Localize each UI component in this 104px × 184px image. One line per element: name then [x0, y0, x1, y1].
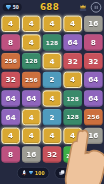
swap-cost: 100 [73, 170, 83, 175]
gem-count: 50 [13, 5, 19, 10]
tile-128[interactable]: 128 [43, 34, 62, 50]
tile-256[interactable]: 256 [84, 109, 103, 125]
game-screen: 50 688 444416841286482561284323232256246… [0, 0, 104, 184]
tile-4[interactable]: 4 [1, 16, 20, 32]
tile-4[interactable]: 4 [63, 128, 82, 144]
rocket-booster-button[interactable]: 100 [17, 167, 49, 179]
tile-4[interactable]: 4 [22, 16, 41, 32]
tile-128[interactable]: 128 [63, 90, 82, 106]
bottom-bar: 100 100 [0, 164, 104, 182]
tile-128[interactable]: 128 [63, 109, 82, 125]
tile-64[interactable]: 64 [84, 90, 103, 106]
tile-16[interactable]: 16 [22, 146, 41, 162]
tile-4[interactable]: 4 [22, 34, 41, 50]
crown-widget[interactable] [77, 4, 88, 11]
tile-64[interactable]: 64 [22, 90, 41, 106]
tile-2[interactable]: 2 [43, 72, 62, 88]
tile-64[interactable]: 64 [63, 34, 82, 50]
crown-icon [80, 4, 87, 9]
tile-4[interactable]: 4 [43, 128, 62, 144]
tile-4[interactable]: 4 [22, 109, 41, 125]
gem-icon [29, 171, 33, 175]
empty-cell [84, 146, 103, 162]
tile-4[interactable]: 4 [43, 90, 62, 106]
crown-base [80, 9, 87, 11]
tile-32[interactable]: 32 [84, 53, 103, 69]
tile-32[interactable]: 32 [63, 53, 82, 69]
pause-button[interactable] [91, 2, 102, 13]
tile-32[interactable]: 32 [1, 72, 20, 88]
rocket-icon [21, 170, 27, 176]
gem-icon [6, 5, 11, 10]
tile-2[interactable]: 2 [43, 109, 62, 125]
tile-value: 2248 [66, 154, 79, 159]
top-bar: 50 688 [0, 0, 104, 15]
score-value: 688 [24, 2, 76, 12]
gem-icon [67, 171, 71, 175]
tile-8[interactable]: 8 [1, 34, 20, 50]
tile-2248[interactable]: 2248 [63, 146, 82, 162]
blue-item-icon [94, 171, 99, 175]
board: 4444168412864825612843232322562464646441… [0, 15, 104, 164]
gem-counter[interactable]: 50 [3, 3, 22, 11]
tile-32[interactable]: 32 [43, 146, 62, 162]
tile-64[interactable]: 64 [1, 109, 20, 125]
tile-4[interactable]: 4 [43, 16, 62, 32]
tile-128[interactable]: 128 [22, 53, 41, 69]
side-button[interactable] [91, 169, 102, 178]
tile-16[interactable]: 16 [84, 128, 103, 144]
tile-4[interactable]: 4 [22, 128, 41, 144]
stage: 50 688 444416841286482561284323232256246… [0, 0, 104, 184]
tile-4[interactable]: 4 [43, 53, 62, 69]
tile-64[interactable]: 64 [1, 90, 20, 106]
rocket-cost: 100 [35, 170, 45, 175]
tile-8[interactable]: 8 [84, 34, 103, 50]
tile-256[interactable]: 256 [1, 53, 20, 69]
tile-16[interactable]: 16 [84, 16, 103, 32]
tile-4[interactable]: 4 [63, 72, 82, 88]
swap-booster-button[interactable]: 100 [54, 167, 86, 179]
tile-8[interactable]: 8 [1, 146, 20, 162]
tile-4[interactable]: 4 [1, 128, 20, 144]
tiles-swap-icon [59, 170, 65, 176]
tile-256[interactable]: 256 [22, 72, 41, 88]
tile-4[interactable]: 4 [63, 16, 82, 32]
tile-64[interactable]: 64 [84, 72, 103, 88]
